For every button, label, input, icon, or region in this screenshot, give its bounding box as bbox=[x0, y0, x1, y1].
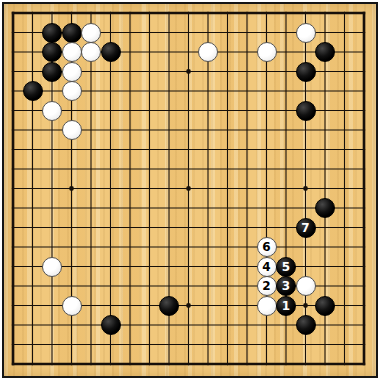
star-point bbox=[186, 69, 191, 74]
black-stone[interactable] bbox=[315, 198, 335, 218]
white-stone[interactable] bbox=[62, 120, 82, 140]
black-stone[interactable] bbox=[101, 315, 121, 335]
black-stone[interactable] bbox=[101, 42, 121, 62]
black-stone[interactable] bbox=[296, 315, 316, 335]
move-number-label: 7 bbox=[301, 221, 309, 233]
white-stone[interactable] bbox=[62, 42, 82, 62]
white-stone[interactable] bbox=[62, 62, 82, 82]
black-stone[interactable] bbox=[315, 296, 335, 316]
black-stone[interactable] bbox=[296, 101, 316, 121]
move-7-stone[interactable]: 7 bbox=[296, 218, 316, 238]
black-stone[interactable] bbox=[62, 23, 82, 43]
white-stone[interactable] bbox=[257, 42, 277, 62]
white-stone[interactable] bbox=[257, 296, 277, 316]
black-stone[interactable] bbox=[296, 62, 316, 82]
white-stone[interactable] bbox=[296, 276, 316, 296]
white-stone[interactable] bbox=[296, 23, 316, 43]
move-number-label: 6 bbox=[262, 241, 270, 253]
move-number-label: 5 bbox=[282, 260, 290, 272]
white-stone[interactable] bbox=[62, 296, 82, 316]
move-2-stone[interactable]: 2 bbox=[257, 276, 277, 296]
go-board[interactable]: 1234567 bbox=[4, 4, 376, 376]
black-stone[interactable] bbox=[42, 23, 62, 43]
move-number-label: 4 bbox=[262, 260, 270, 272]
star-point bbox=[303, 186, 308, 191]
black-stone[interactable] bbox=[315, 42, 335, 62]
black-stone[interactable] bbox=[42, 62, 62, 82]
white-stone[interactable] bbox=[81, 23, 101, 43]
go-diagram: 1234567 bbox=[0, 0, 380, 380]
star-point bbox=[69, 186, 74, 191]
star-point bbox=[186, 186, 191, 191]
star-point bbox=[303, 303, 308, 308]
move-4-stone[interactable]: 4 bbox=[257, 257, 277, 277]
black-stone[interactable] bbox=[159, 296, 179, 316]
move-6-stone[interactable]: 6 bbox=[257, 237, 277, 257]
black-stone[interactable] bbox=[42, 42, 62, 62]
star-point bbox=[186, 303, 191, 308]
move-5-stone[interactable]: 5 bbox=[276, 257, 296, 277]
white-stone[interactable] bbox=[81, 42, 101, 62]
black-stone[interactable] bbox=[23, 81, 43, 101]
white-stone[interactable] bbox=[62, 81, 82, 101]
move-1-stone[interactable]: 1 bbox=[276, 296, 296, 316]
board-frame: 1234567 bbox=[2, 2, 378, 378]
white-stone[interactable] bbox=[42, 257, 62, 277]
move-number-label: 1 bbox=[282, 299, 290, 311]
move-number-label: 3 bbox=[282, 280, 290, 292]
move-3-stone[interactable]: 3 bbox=[276, 276, 296, 296]
white-stone[interactable] bbox=[198, 42, 218, 62]
move-number-label: 2 bbox=[262, 280, 270, 292]
white-stone[interactable] bbox=[42, 101, 62, 121]
